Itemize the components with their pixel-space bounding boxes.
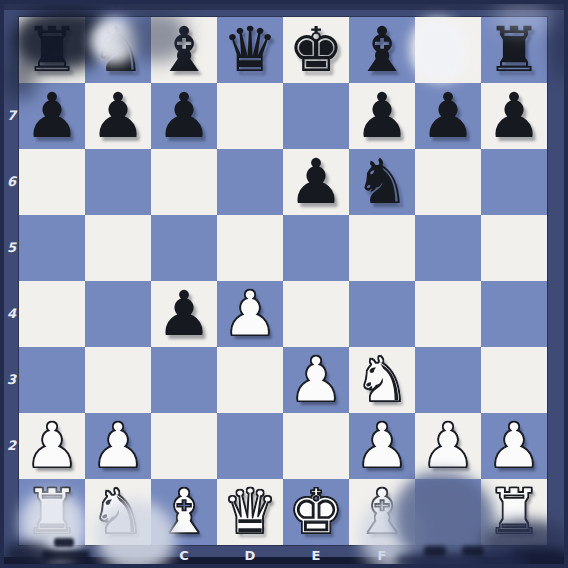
square-h1[interactable]: ♜ bbox=[481, 479, 547, 545]
rank-label-7: 7 bbox=[4, 83, 19, 149]
piece-black-bishop[interactable]: ♝ bbox=[151, 17, 217, 83]
square-h2[interactable]: ♟ bbox=[481, 413, 547, 479]
square-c6[interactable] bbox=[151, 149, 217, 215]
piece-black-knight[interactable]: ♞ bbox=[85, 17, 151, 83]
square-c4[interactable]: ♟ bbox=[151, 281, 217, 347]
square-g3[interactable] bbox=[415, 347, 481, 413]
square-h4[interactable] bbox=[481, 281, 547, 347]
rank-label-5: 5 bbox=[4, 215, 19, 281]
square-h3[interactable] bbox=[481, 347, 547, 413]
square-a5[interactable] bbox=[19, 215, 85, 281]
square-f8[interactable]: ♝ bbox=[349, 17, 415, 83]
square-h5[interactable] bbox=[481, 215, 547, 281]
square-a3[interactable] bbox=[19, 347, 85, 413]
piece-white-queen[interactable]: ♛ bbox=[217, 479, 283, 545]
square-h6[interactable] bbox=[481, 149, 547, 215]
piece-white-knight[interactable]: ♞ bbox=[349, 347, 415, 413]
square-f3[interactable]: ♞ bbox=[349, 347, 415, 413]
square-f6[interactable]: ♞ bbox=[349, 149, 415, 215]
square-f7[interactable]: ♟ bbox=[349, 83, 415, 149]
square-e2[interactable] bbox=[283, 413, 349, 479]
file-label-F: F bbox=[349, 547, 415, 565]
piece-black-pawn[interactable]: ♟ bbox=[19, 83, 85, 149]
piece-white-bishop[interactable]: ♝ bbox=[151, 479, 217, 545]
motion-blur-artifact bbox=[424, 546, 446, 556]
frame-top-edge bbox=[4, 4, 564, 10]
piece-white-pawn[interactable]: ♟ bbox=[283, 347, 349, 413]
square-e7[interactable] bbox=[283, 83, 349, 149]
rank-label-6: 6 bbox=[4, 149, 19, 215]
square-c2[interactable] bbox=[151, 413, 217, 479]
file-label-E: E bbox=[283, 547, 349, 565]
piece-white-rook[interactable]: ♜ bbox=[481, 479, 547, 545]
piece-black-knight[interactable]: ♞ bbox=[349, 149, 415, 215]
square-f2[interactable]: ♟ bbox=[349, 413, 415, 479]
square-a8[interactable]: ♜ bbox=[19, 17, 85, 83]
piece-black-pawn[interactable]: ♟ bbox=[85, 83, 151, 149]
piece-black-pawn[interactable]: ♟ bbox=[151, 83, 217, 149]
piece-white-knight[interactable]: ♞ bbox=[85, 479, 151, 545]
square-g1[interactable] bbox=[415, 479, 481, 545]
square-a2[interactable]: ♟ bbox=[19, 413, 85, 479]
piece-white-pawn[interactable]: ♟ bbox=[217, 281, 283, 347]
piece-white-king[interactable]: ♚ bbox=[283, 479, 349, 545]
square-d1[interactable]: ♛ bbox=[217, 479, 283, 545]
piece-white-pawn[interactable]: ♟ bbox=[481, 413, 547, 479]
piece-black-pawn[interactable]: ♟ bbox=[151, 281, 217, 347]
square-c8[interactable]: ♝ bbox=[151, 17, 217, 83]
chessboard-frame: ♜♞♝♛♚♝♜♟♟♟♟♟♟♟♞♟♟♟♞♟♟♟♟♟♜♞♝♛♚♝♜ 765432 C… bbox=[0, 0, 568, 568]
square-b7[interactable]: ♟ bbox=[85, 83, 151, 149]
square-b1[interactable]: ♞ bbox=[85, 479, 151, 545]
square-f4[interactable] bbox=[349, 281, 415, 347]
square-e1[interactable]: ♚ bbox=[283, 479, 349, 545]
file-label-D: D bbox=[217, 547, 283, 565]
square-b6[interactable] bbox=[85, 149, 151, 215]
square-a1[interactable]: ♜ bbox=[19, 479, 85, 545]
piece-black-king[interactable]: ♚ bbox=[283, 17, 349, 83]
square-e6[interactable]: ♟ bbox=[283, 149, 349, 215]
square-d3[interactable] bbox=[217, 347, 283, 413]
piece-white-pawn[interactable]: ♟ bbox=[349, 413, 415, 479]
square-c1[interactable]: ♝ bbox=[151, 479, 217, 545]
square-g4[interactable] bbox=[415, 281, 481, 347]
square-e4[interactable] bbox=[283, 281, 349, 347]
square-g2[interactable]: ♟ bbox=[415, 413, 481, 479]
piece-black-pawn[interactable]: ♟ bbox=[349, 83, 415, 149]
square-a6[interactable] bbox=[19, 149, 85, 215]
square-b3[interactable] bbox=[85, 347, 151, 413]
piece-black-rook[interactable]: ♜ bbox=[19, 17, 85, 83]
square-d7[interactable] bbox=[217, 83, 283, 149]
piece-white-rook[interactable]: ♜ bbox=[19, 479, 85, 545]
square-e3[interactable]: ♟ bbox=[283, 347, 349, 413]
square-h8[interactable]: ♜ bbox=[481, 17, 547, 83]
chessboard[interactable]: ♜♞♝♛♚♝♜♟♟♟♟♟♟♟♞♟♟♟♞♟♟♟♟♟♜♞♝♛♚♝♜ bbox=[19, 17, 547, 545]
piece-black-queen[interactable]: ♛ bbox=[217, 17, 283, 83]
square-a7[interactable]: ♟ bbox=[19, 83, 85, 149]
square-c7[interactable]: ♟ bbox=[151, 83, 217, 149]
square-d4[interactable]: ♟ bbox=[217, 281, 283, 347]
square-d5[interactable] bbox=[217, 215, 283, 281]
piece-white-pawn[interactable]: ♟ bbox=[19, 413, 85, 479]
square-b2[interactable]: ♟ bbox=[85, 413, 151, 479]
piece-black-rook[interactable]: ♜ bbox=[481, 17, 547, 83]
square-d2[interactable] bbox=[217, 413, 283, 479]
square-c5[interactable] bbox=[151, 215, 217, 281]
square-e5[interactable] bbox=[283, 215, 349, 281]
piece-black-pawn[interactable]: ♟ bbox=[415, 83, 481, 149]
file-label-C: C bbox=[151, 547, 217, 565]
piece-black-bishop[interactable]: ♝ bbox=[349, 17, 415, 83]
square-b8[interactable]: ♞ bbox=[85, 17, 151, 83]
square-c3[interactable] bbox=[151, 347, 217, 413]
square-g5[interactable] bbox=[415, 215, 481, 281]
square-b5[interactable] bbox=[85, 215, 151, 281]
square-b4[interactable] bbox=[85, 281, 151, 347]
square-d6[interactable] bbox=[217, 149, 283, 215]
square-g7[interactable]: ♟ bbox=[415, 83, 481, 149]
rank-label-3: 3 bbox=[4, 347, 19, 413]
square-f5[interactable] bbox=[349, 215, 415, 281]
rank-label-2: 2 bbox=[4, 413, 19, 479]
piece-black-pawn[interactable]: ♟ bbox=[283, 149, 349, 215]
square-h7[interactable]: ♟ bbox=[481, 83, 547, 149]
rank-label-4: 4 bbox=[4, 281, 19, 347]
piece-white-bishop[interactable]: ♝ bbox=[349, 479, 415, 545]
square-g6[interactable] bbox=[415, 149, 481, 215]
motion-blur-artifact bbox=[462, 546, 484, 556]
piece-black-pawn[interactable]: ♟ bbox=[481, 83, 547, 149]
square-a4[interactable] bbox=[19, 281, 85, 347]
piece-white-pawn[interactable]: ♟ bbox=[85, 413, 151, 479]
square-g8[interactable] bbox=[415, 17, 481, 83]
motion-blur-artifact bbox=[552, 10, 568, 80]
square-e8[interactable]: ♚ bbox=[283, 17, 349, 83]
piece-white-pawn[interactable]: ♟ bbox=[415, 413, 481, 479]
square-f1[interactable]: ♝ bbox=[349, 479, 415, 545]
square-d8[interactable]: ♛ bbox=[217, 17, 283, 83]
